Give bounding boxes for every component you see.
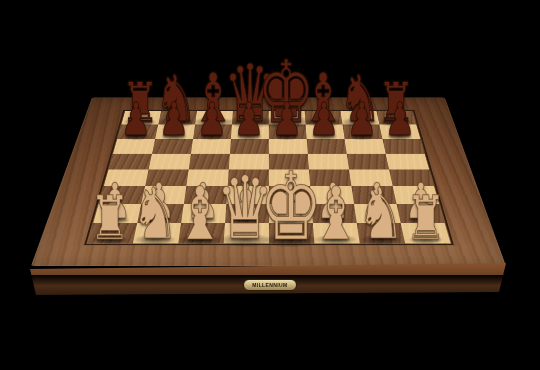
piece-black-pawn-c7[interactable]: ♟	[196, 97, 227, 143]
square-a5[interactable]	[108, 153, 151, 169]
brand-plaque-label: MILLENNIUM	[252, 282, 287, 288]
square-b5[interactable]	[148, 153, 190, 169]
square-g5[interactable]	[346, 153, 388, 169]
piece-white-rook-h1[interactable]: ♜	[405, 188, 446, 249]
scene-background: MILLENNIUM ♜♞♝♛♚♝♞♜♟♟♟♟♟♟♟♟♟♟♟♟♟♟♟♟♜♞♝♛♚…	[0, 0, 540, 370]
piece-black-pawn-g7[interactable]: ♟	[347, 97, 378, 143]
piece-black-pawn-a7[interactable]: ♟	[121, 97, 152, 143]
square-h5[interactable]	[385, 153, 428, 169]
piece-white-bishop-f1[interactable]: ♝	[311, 177, 360, 250]
piece-black-pawn-e7[interactable]: ♟	[271, 97, 302, 143]
brand-plaque: MILLENNIUM	[243, 279, 297, 291]
piece-black-pawn-b7[interactable]: ♟	[158, 97, 189, 143]
piece-white-knight-b1[interactable]: ♞	[132, 179, 180, 250]
piece-black-pawn-f7[interactable]: ♟	[309, 97, 340, 143]
piece-white-knight-g1[interactable]: ♞	[357, 179, 405, 250]
piece-black-pawn-d7[interactable]: ♟	[234, 97, 265, 143]
piece-white-rook-a1[interactable]: ♜	[90, 188, 131, 249]
piece-black-pawn-h7[interactable]: ♟	[384, 97, 415, 143]
